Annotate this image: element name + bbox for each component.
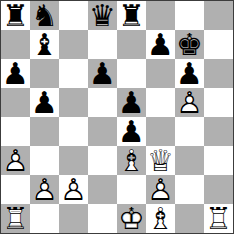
black-pawn-icon: ♟	[146, 30, 175, 59]
square-h5[interactable]	[204, 88, 233, 117]
square-h6[interactable]	[204, 59, 233, 88]
square-h4[interactable]	[204, 117, 233, 146]
square-g6[interactable]: ♟	[175, 59, 204, 88]
square-a2[interactable]	[1, 175, 30, 204]
square-f1[interactable]: ♝♗	[146, 204, 175, 233]
square-f3[interactable]: ♛♕	[146, 146, 175, 175]
square-e7[interactable]	[117, 30, 146, 59]
square-g1[interactable]	[175, 204, 204, 233]
square-h3[interactable]	[204, 146, 233, 175]
square-a5[interactable]	[1, 88, 30, 117]
black-knight-icon: ♞	[30, 1, 59, 30]
square-a7[interactable]	[1, 30, 30, 59]
black-pawn-icon: ♟	[30, 88, 59, 117]
square-f4[interactable]	[146, 117, 175, 146]
square-g3[interactable]	[175, 146, 204, 175]
square-e5[interactable]: ♟	[117, 88, 146, 117]
black-bishop-icon: ♝	[30, 30, 59, 59]
square-f6[interactable]	[146, 59, 175, 88]
square-h1[interactable]: ♜♖	[204, 204, 233, 233]
white-king-icon: ♚♔	[117, 204, 146, 233]
square-b5[interactable]: ♟	[30, 88, 59, 117]
square-e4[interactable]: ♟	[117, 117, 146, 146]
black-pawn-icon: ♟	[1, 59, 30, 88]
square-c6[interactable]	[59, 59, 88, 88]
square-b6[interactable]	[30, 59, 59, 88]
black-queen-icon: ♛	[88, 1, 117, 30]
square-a3[interactable]: ♟♙	[1, 146, 30, 175]
white-rook-icon: ♜♖	[204, 204, 233, 233]
black-pawn-icon: ♟	[117, 117, 146, 146]
white-pawn-icon: ♟♙	[59, 175, 88, 204]
square-b3[interactable]	[30, 146, 59, 175]
chess-board: ♜♞♛♜♝♟♚♟♟♟♟♟♟♙♟♟♙♝♗♛♕♟♙♟♙♟♙♜♖♚♔♝♗♜♖	[0, 0, 234, 234]
square-d7[interactable]	[88, 30, 117, 59]
square-e6[interactable]	[117, 59, 146, 88]
square-b2[interactable]: ♟♙	[30, 175, 59, 204]
square-g5[interactable]: ♟♙	[175, 88, 204, 117]
square-g7[interactable]: ♚	[175, 30, 204, 59]
white-pawn-icon: ♟♙	[175, 88, 204, 117]
square-f8[interactable]	[146, 1, 175, 30]
square-c2[interactable]: ♟♙	[59, 175, 88, 204]
white-pawn-icon: ♟♙	[1, 146, 30, 175]
square-h8[interactable]	[204, 1, 233, 30]
square-d6[interactable]: ♟	[88, 59, 117, 88]
square-c5[interactable]	[59, 88, 88, 117]
square-a6[interactable]: ♟	[1, 59, 30, 88]
white-queen-icon: ♛♕	[146, 146, 175, 175]
black-pawn-icon: ♟	[88, 59, 117, 88]
square-d1[interactable]	[88, 204, 117, 233]
square-b1[interactable]	[30, 204, 59, 233]
chess-board-wrap: ♜♞♛♜♝♟♚♟♟♟♟♟♟♙♟♟♙♝♗♛♕♟♙♟♙♟♙♜♖♚♔♝♗♜♖	[0, 0, 234, 234]
square-h7[interactable]	[204, 30, 233, 59]
square-b7[interactable]: ♝	[30, 30, 59, 59]
square-e2[interactable]	[117, 175, 146, 204]
square-f2[interactable]: ♟♙	[146, 175, 175, 204]
square-f5[interactable]	[146, 88, 175, 117]
square-c3[interactable]	[59, 146, 88, 175]
black-king-icon: ♚	[175, 30, 204, 59]
black-pawn-icon: ♟	[175, 59, 204, 88]
white-bishop-icon: ♝♗	[146, 204, 175, 233]
square-g4[interactable]	[175, 117, 204, 146]
square-a1[interactable]: ♜♖	[1, 204, 30, 233]
square-g2[interactable]	[175, 175, 204, 204]
white-rook-icon: ♜♖	[1, 204, 30, 233]
white-pawn-icon: ♟♙	[146, 175, 175, 204]
black-rook-icon: ♜	[117, 1, 146, 30]
square-d4[interactable]	[88, 117, 117, 146]
square-g8[interactable]	[175, 1, 204, 30]
square-d3[interactable]	[88, 146, 117, 175]
white-bishop-icon: ♝♗	[117, 146, 146, 175]
black-rook-icon: ♜	[1, 1, 30, 30]
square-c4[interactable]	[59, 117, 88, 146]
square-a4[interactable]	[1, 117, 30, 146]
square-e8[interactable]: ♜	[117, 1, 146, 30]
square-h2[interactable]	[204, 175, 233, 204]
square-b4[interactable]	[30, 117, 59, 146]
square-f7[interactable]: ♟	[146, 30, 175, 59]
white-pawn-icon: ♟♙	[30, 175, 59, 204]
square-c8[interactable]	[59, 1, 88, 30]
square-c1[interactable]	[59, 204, 88, 233]
square-e1[interactable]: ♚♔	[117, 204, 146, 233]
square-e3[interactable]: ♝♗	[117, 146, 146, 175]
black-pawn-icon: ♟	[117, 88, 146, 117]
square-d8[interactable]: ♛	[88, 1, 117, 30]
square-a8[interactable]: ♜	[1, 1, 30, 30]
square-d5[interactable]	[88, 88, 117, 117]
square-c7[interactable]	[59, 30, 88, 59]
square-b8[interactable]: ♞	[30, 1, 59, 30]
square-d2[interactable]	[88, 175, 117, 204]
